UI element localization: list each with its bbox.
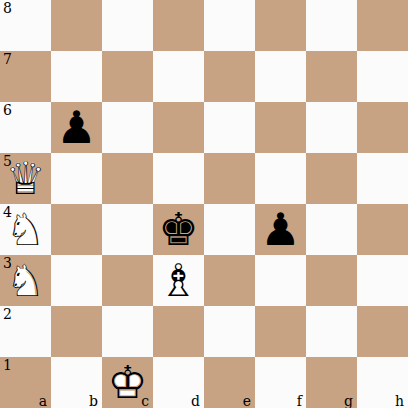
- rank-label-1: 1: [3, 358, 12, 373]
- square-a6[interactable]: 6: [0, 102, 51, 153]
- square-f4[interactable]: ♟: [255, 204, 306, 255]
- square-b3[interactable]: [51, 255, 102, 306]
- square-f8[interactable]: [255, 0, 306, 51]
- square-c7[interactable]: [102, 51, 153, 102]
- chess-board: 876♟5♛♕4♞♘♚♟3♞♘♝♗21abc♚♔defgh: [0, 0, 408, 408]
- black-king-icon[interactable]: ♚: [153, 204, 204, 255]
- square-f2[interactable]: [255, 306, 306, 357]
- square-b1[interactable]: b: [51, 357, 102, 408]
- square-d1[interactable]: d: [153, 357, 204, 408]
- square-e8[interactable]: [204, 0, 255, 51]
- square-a4[interactable]: 4♞♘: [0, 204, 51, 255]
- square-d6[interactable]: [153, 102, 204, 153]
- file-label-g: g: [344, 394, 353, 408]
- black-pawn-icon[interactable]: ♟: [255, 204, 306, 255]
- file-label-d: d: [191, 394, 200, 408]
- square-a3[interactable]: 3♞♘: [0, 255, 51, 306]
- square-a1[interactable]: 1a: [0, 357, 51, 408]
- square-c3[interactable]: [102, 255, 153, 306]
- square-f3[interactable]: [255, 255, 306, 306]
- square-h5[interactable]: [357, 153, 408, 204]
- square-f6[interactable]: [255, 102, 306, 153]
- square-h2[interactable]: [357, 306, 408, 357]
- square-e6[interactable]: [204, 102, 255, 153]
- square-c5[interactable]: [102, 153, 153, 204]
- square-e5[interactable]: [204, 153, 255, 204]
- rank-label-6: 6: [3, 103, 12, 118]
- square-f1[interactable]: f: [255, 357, 306, 408]
- square-g8[interactable]: [306, 0, 357, 51]
- rank-label-7: 7: [3, 52, 12, 67]
- white-queen-icon[interactable]: ♛♕: [0, 153, 51, 204]
- black-pawn-glyph: ♟: [51, 104, 102, 149]
- white-queen-outline: ♕: [0, 155, 51, 200]
- white-bishop-icon[interactable]: ♝♗: [153, 255, 204, 306]
- square-c1[interactable]: c♚♔: [102, 357, 153, 408]
- square-b8[interactable]: [51, 0, 102, 51]
- square-d3[interactable]: ♝♗: [153, 255, 204, 306]
- white-knight-icon[interactable]: ♞♘: [0, 255, 51, 306]
- black-pawn-glyph: ♟: [255, 206, 306, 251]
- white-king-icon[interactable]: ♚♔: [102, 357, 153, 408]
- file-label-b: b: [89, 394, 98, 408]
- square-h6[interactable]: [357, 102, 408, 153]
- square-d2[interactable]: [153, 306, 204, 357]
- square-h8[interactable]: [357, 0, 408, 51]
- square-d5[interactable]: [153, 153, 204, 204]
- square-a8[interactable]: 8: [0, 0, 51, 51]
- square-h1[interactable]: h: [357, 357, 408, 408]
- square-e4[interactable]: [204, 204, 255, 255]
- square-d8[interactable]: [153, 0, 204, 51]
- square-b4[interactable]: [51, 204, 102, 255]
- black-pawn-icon[interactable]: ♟: [51, 102, 102, 153]
- square-b6[interactable]: ♟: [51, 102, 102, 153]
- file-label-f: f: [297, 394, 302, 408]
- square-c6[interactable]: [102, 102, 153, 153]
- square-g2[interactable]: [306, 306, 357, 357]
- white-knight-icon[interactable]: ♞♘: [0, 204, 51, 255]
- square-a5[interactable]: 5♛♕: [0, 153, 51, 204]
- square-c2[interactable]: [102, 306, 153, 357]
- square-c4[interactable]: [102, 204, 153, 255]
- square-h3[interactable]: [357, 255, 408, 306]
- square-h7[interactable]: [357, 51, 408, 102]
- square-b7[interactable]: [51, 51, 102, 102]
- square-a7[interactable]: 7: [0, 51, 51, 102]
- black-king-glyph: ♚: [153, 206, 204, 251]
- square-g3[interactable]: [306, 255, 357, 306]
- square-b5[interactable]: [51, 153, 102, 204]
- file-label-a: a: [39, 394, 47, 408]
- square-c8[interactable]: [102, 0, 153, 51]
- square-h4[interactable]: [357, 204, 408, 255]
- square-g5[interactable]: [306, 153, 357, 204]
- square-e7[interactable]: [204, 51, 255, 102]
- square-d4[interactable]: ♚: [153, 204, 204, 255]
- square-e1[interactable]: e: [204, 357, 255, 408]
- white-knight-outline: ♘: [0, 257, 51, 302]
- square-g1[interactable]: g: [306, 357, 357, 408]
- square-e3[interactable]: [204, 255, 255, 306]
- square-g4[interactable]: [306, 204, 357, 255]
- white-king-outline: ♔: [102, 359, 153, 404]
- white-knight-outline: ♘: [0, 206, 51, 251]
- square-b2[interactable]: [51, 306, 102, 357]
- square-f5[interactable]: [255, 153, 306, 204]
- square-a2[interactable]: 2: [0, 306, 51, 357]
- square-g7[interactable]: [306, 51, 357, 102]
- file-label-e: e: [243, 394, 251, 408]
- file-label-h: h: [395, 394, 404, 408]
- square-f7[interactable]: [255, 51, 306, 102]
- square-g6[interactable]: [306, 102, 357, 153]
- white-bishop-outline: ♗: [153, 257, 204, 302]
- rank-label-8: 8: [3, 1, 12, 16]
- rank-label-2: 2: [3, 307, 12, 322]
- square-d7[interactable]: [153, 51, 204, 102]
- square-e2[interactable]: [204, 306, 255, 357]
